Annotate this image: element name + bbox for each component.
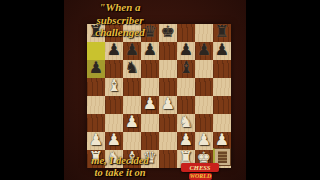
square-g6[interactable] [195,60,213,78]
white-knight: ♞ [179,113,193,131]
square-b7[interactable]: ♟ [105,42,123,60]
black-pawn: ♟ [107,41,121,59]
square-c6[interactable]: ♞ [123,60,141,78]
white-bishop: ♝ [107,77,121,95]
square-e3[interactable] [159,114,177,132]
square-h7[interactable]: ♟ [213,42,231,60]
white-pawn: ♟ [125,113,139,131]
caption-top-line3: challenged [64,26,176,39]
square-e4[interactable]: ♟ [159,96,177,114]
caption-top-line2: subscriber [64,14,176,27]
square-d6[interactable] [141,60,159,78]
square-g5[interactable] [195,78,213,96]
square-e2[interactable] [159,132,177,150]
square-f6[interactable]: ♝ [177,60,195,78]
square-a5[interactable] [87,78,105,96]
chess-board: ♜♛♚♜♟♟♟♟♟♟♟♞♝♝♟♟♟♞♟♟♟♟♟♜♞♝♛♜♚ [87,24,231,168]
square-e6[interactable] [159,60,177,78]
square-h4[interactable] [213,96,231,114]
black-bishop: ♝ [179,59,193,77]
white-pawn: ♟ [215,131,229,149]
square-c3[interactable]: ♟ [123,114,141,132]
black-pawn: ♟ [89,59,103,77]
logo-line1: CHESS PLAY [181,163,219,172]
square-h5[interactable] [213,78,231,96]
square-a4[interactable] [87,96,105,114]
white-pawn: ♟ [107,131,121,149]
square-e7[interactable] [159,42,177,60]
video-content-area: ♜♛♚♜♟♟♟♟♟♟♟♞♝♝♟♟♟♞♟♟♟♟♟♜♞♝♛♜♚ "When a su… [64,0,246,180]
black-pawn: ♟ [215,41,229,59]
white-pawn: ♟ [179,131,193,149]
caption-top: "When a subscriber challenged [64,1,176,39]
white-pawn: ♟ [89,131,103,149]
square-g7[interactable]: ♟ [195,42,213,60]
caption-top-line1: "When a [64,1,176,14]
video-frame: ♜♛♚♜♟♟♟♟♟♟♟♞♝♝♟♟♟♞♟♟♟♟♟♜♞♝♛♜♚ "When a su… [0,0,320,180]
caption-bottom: me, I decided to take it on [64,155,176,178]
avatar-emblem-icon [218,151,227,163]
square-a6[interactable]: ♟ [87,60,105,78]
square-d4[interactable]: ♟ [141,96,159,114]
black-knight: ♞ [125,59,139,77]
white-pawn: ♟ [143,95,157,113]
caption-bottom-line1: me, I decided [64,155,176,167]
black-rook: ♜ [215,23,229,41]
square-d7[interactable]: ♟ [141,42,159,60]
black-pawn: ♟ [179,41,193,59]
black-pawn: ♟ [197,41,211,59]
logo-line2: WORLD [189,173,212,180]
white-pawn: ♟ [197,131,211,149]
black-pawn: ♟ [143,41,157,59]
caption-bottom-line2: to take it on [64,167,176,179]
square-f5[interactable] [177,78,195,96]
black-pawn: ♟ [125,41,139,59]
square-b5[interactable]: ♝ [105,78,123,96]
white-pawn: ♟ [161,95,175,113]
square-d3[interactable] [141,114,159,132]
square-h6[interactable] [213,60,231,78]
square-g4[interactable] [195,96,213,114]
square-b4[interactable] [105,96,123,114]
square-c5[interactable] [123,78,141,96]
